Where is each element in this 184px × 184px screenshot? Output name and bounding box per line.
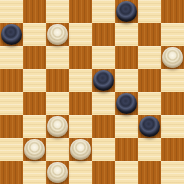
square-h7: [161, 23, 184, 46]
square-a2: [0, 138, 23, 161]
white-man-h6[interactable]: [162, 47, 183, 68]
square-f1: [115, 161, 138, 184]
square-d5: [69, 69, 92, 92]
black-man-a7[interactable]: [1, 24, 22, 45]
square-h3: [161, 115, 184, 138]
square-f6[interactable]: [115, 46, 138, 69]
square-e3[interactable]: [92, 115, 115, 138]
square-d8[interactable]: [69, 0, 92, 23]
white-man-c1[interactable]: [47, 162, 68, 183]
square-a6: [0, 46, 23, 69]
square-h4[interactable]: [161, 92, 184, 115]
square-g1[interactable]: [138, 161, 161, 184]
square-a8: [0, 0, 23, 23]
square-a4: [0, 92, 23, 115]
square-c5[interactable]: [46, 69, 69, 92]
black-man-f8[interactable]: [116, 1, 137, 22]
checkers-board: [0, 0, 184, 184]
square-g6: [138, 46, 161, 69]
square-c6: [46, 46, 69, 69]
square-d3: [69, 115, 92, 138]
black-man-g3[interactable]: [139, 116, 160, 137]
square-h2[interactable]: [161, 138, 184, 161]
square-c4: [46, 92, 69, 115]
white-man-d2[interactable]: [70, 139, 91, 160]
square-g5[interactable]: [138, 69, 161, 92]
square-e6: [92, 46, 115, 69]
white-man-b2[interactable]: [24, 139, 45, 160]
square-b8[interactable]: [23, 0, 46, 23]
white-man-c3[interactable]: [47, 116, 68, 137]
square-a3[interactable]: [0, 115, 23, 138]
square-e1[interactable]: [92, 161, 115, 184]
square-g8: [138, 0, 161, 23]
square-b6[interactable]: [23, 46, 46, 69]
black-man-f4[interactable]: [116, 93, 137, 114]
square-e8: [92, 0, 115, 23]
black-man-e5[interactable]: [93, 70, 114, 91]
square-d7: [69, 23, 92, 46]
square-e2: [92, 138, 115, 161]
square-e7[interactable]: [92, 23, 115, 46]
square-c8: [46, 0, 69, 23]
square-b7: [23, 23, 46, 46]
square-a5[interactable]: [0, 69, 23, 92]
square-c2: [46, 138, 69, 161]
square-b1: [23, 161, 46, 184]
square-f3: [115, 115, 138, 138]
square-b3: [23, 115, 46, 138]
square-b4[interactable]: [23, 92, 46, 115]
square-g7[interactable]: [138, 23, 161, 46]
square-h5: [161, 69, 184, 92]
square-b5: [23, 69, 46, 92]
square-d6[interactable]: [69, 46, 92, 69]
square-f5: [115, 69, 138, 92]
square-f7: [115, 23, 138, 46]
square-f2[interactable]: [115, 138, 138, 161]
square-h1: [161, 161, 184, 184]
square-e4: [92, 92, 115, 115]
square-g2: [138, 138, 161, 161]
square-d1: [69, 161, 92, 184]
square-g4: [138, 92, 161, 115]
square-h8[interactable]: [161, 0, 184, 23]
square-d4[interactable]: [69, 92, 92, 115]
white-man-c7[interactable]: [47, 24, 68, 45]
square-a1[interactable]: [0, 161, 23, 184]
